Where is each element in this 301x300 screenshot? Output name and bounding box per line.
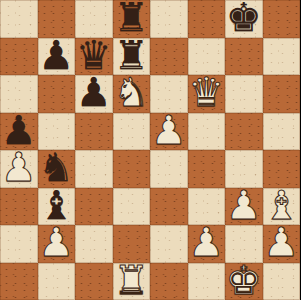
square-b7[interactable]: ♟︎ (38, 38, 76, 76)
white-knight[interactable]: ♞︎ (113, 74, 149, 111)
square-d1[interactable]: ♜︎ (113, 263, 151, 300)
square-d4[interactable] (113, 150, 151, 188)
black-pawn[interactable]: ♟︎ (38, 37, 74, 74)
square-g5[interactable] (225, 113, 263, 151)
white-pawn[interactable]: ♟︎ (38, 224, 74, 261)
square-f8[interactable] (188, 0, 226, 38)
square-c1[interactable] (75, 263, 113, 300)
square-e3[interactable] (150, 188, 188, 226)
square-d3[interactable] (113, 188, 151, 226)
white-pawn[interactable]: ♟︎ (263, 224, 299, 261)
square-c5[interactable] (75, 113, 113, 151)
square-a8[interactable] (0, 0, 38, 38)
square-a1[interactable] (0, 263, 38, 300)
black-bishop[interactable]: ♝︎ (38, 187, 74, 224)
square-h2[interactable]: ♟︎ (263, 225, 301, 263)
white-queen[interactable]: ♛︎ (188, 74, 224, 111)
chess-board: ♜︎♚︎♟︎♛︎♜︎♟︎♞︎♛︎♟︎♟︎♟︎♞︎♝︎♟︎♝︎♟︎♟︎♟︎♜︎♚︎ (0, 0, 300, 300)
square-h1[interactable] (263, 263, 301, 300)
square-b2[interactable]: ♟︎ (38, 225, 76, 263)
square-a7[interactable] (0, 38, 38, 76)
square-e5[interactable]: ♟︎ (150, 113, 188, 151)
white-bishop[interactable]: ♝︎ (263, 187, 299, 224)
white-rook[interactable]: ♜︎ (113, 262, 149, 299)
square-f5[interactable] (188, 113, 226, 151)
square-c3[interactable] (75, 188, 113, 226)
square-a2[interactable] (0, 225, 38, 263)
square-c6[interactable]: ♟︎ (75, 75, 113, 113)
white-king[interactable]: ♚︎ (226, 262, 262, 299)
white-pawn[interactable]: ♟︎ (226, 187, 262, 224)
square-e4[interactable] (150, 150, 188, 188)
square-h5[interactable] (263, 113, 301, 151)
square-g6[interactable] (225, 75, 263, 113)
square-h6[interactable] (263, 75, 301, 113)
black-knight[interactable]: ♞︎ (38, 149, 74, 186)
square-a3[interactable] (0, 188, 38, 226)
square-c4[interactable] (75, 150, 113, 188)
white-pawn[interactable]: ♟︎ (1, 149, 37, 186)
square-e1[interactable] (150, 263, 188, 300)
square-h8[interactable] (263, 0, 301, 38)
white-pawn[interactable]: ♟︎ (188, 224, 224, 261)
square-f4[interactable] (188, 150, 226, 188)
square-g3[interactable]: ♟︎ (225, 188, 263, 226)
square-g8[interactable]: ♚︎ (225, 0, 263, 38)
black-pawn[interactable]: ♟︎ (1, 112, 37, 149)
black-pawn[interactable]: ♟︎ (76, 74, 112, 111)
square-e7[interactable] (150, 38, 188, 76)
black-rook[interactable]: ♜︎ (113, 37, 149, 74)
square-e8[interactable] (150, 0, 188, 38)
square-e2[interactable] (150, 225, 188, 263)
black-queen[interactable]: ♛︎ (76, 37, 112, 74)
black-king[interactable]: ♚︎ (226, 0, 262, 36)
white-pawn[interactable]: ♟︎ (151, 112, 187, 149)
square-b1[interactable] (38, 263, 76, 300)
square-h7[interactable] (263, 38, 301, 76)
square-a4[interactable]: ♟︎ (0, 150, 38, 188)
square-g1[interactable]: ♚︎ (225, 263, 263, 300)
square-c2[interactable] (75, 225, 113, 263)
square-f6[interactable]: ♛︎ (188, 75, 226, 113)
square-f1[interactable] (188, 263, 226, 300)
square-g7[interactable] (225, 38, 263, 76)
square-f2[interactable]: ♟︎ (188, 225, 226, 263)
square-d6[interactable]: ♞︎ (113, 75, 151, 113)
square-b6[interactable] (38, 75, 76, 113)
square-d5[interactable] (113, 113, 151, 151)
